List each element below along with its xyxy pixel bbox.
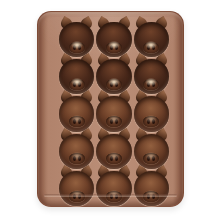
- pig-nostril: [73, 119, 76, 124]
- pig-nostril: [110, 156, 113, 161]
- pig-nostril: [152, 82, 155, 87]
- pig-snout: [143, 79, 159, 90]
- pig-nostril: [73, 45, 76, 50]
- pig-snout: [106, 191, 122, 202]
- pig-nostril: [78, 156, 81, 161]
- pig-nostril: [110, 82, 113, 87]
- pig-nostril: [152, 45, 155, 50]
- pig-face-cavity: [58, 170, 95, 207]
- pig-nostril: [115, 82, 118, 87]
- pig-face-cavity: [133, 170, 170, 207]
- pig-nostril: [147, 194, 150, 199]
- pig-nostril: [115, 119, 118, 124]
- pig-nostril: [152, 156, 155, 161]
- cavity-grid: [58, 21, 170, 207]
- pig-snout: [143, 42, 159, 53]
- pig-nostril: [110, 194, 113, 199]
- pig-snout: [143, 116, 159, 127]
- pig-snout: [143, 153, 159, 164]
- pig-snout: [143, 191, 159, 202]
- pig-nostril: [78, 82, 81, 87]
- pig-nostril: [115, 45, 118, 50]
- pig-nostril: [78, 45, 81, 50]
- pig-nostril: [152, 194, 155, 199]
- pig-nostril: [115, 194, 118, 199]
- pig-nostril: [73, 82, 76, 87]
- pig-nostril: [110, 45, 113, 50]
- pig-nostril: [152, 119, 155, 124]
- pig-nostril: [110, 119, 113, 124]
- pig-nostril: [115, 156, 118, 161]
- pig-nostril: [73, 194, 76, 199]
- pig-snout: [69, 116, 85, 127]
- pig-nostril: [78, 194, 81, 199]
- pig-snout: [106, 153, 122, 164]
- pig-snout: [69, 153, 85, 164]
- pig-face-cavity: [95, 170, 132, 207]
- pig-snout: [69, 42, 85, 53]
- pig-nostril: [147, 119, 150, 124]
- pig-snout: [69, 79, 85, 90]
- pig-nostril: [147, 156, 150, 161]
- pig-snout: [106, 116, 122, 127]
- pig-nostril: [147, 82, 150, 87]
- product-photo: [0, 0, 220, 220]
- pig-nostril: [73, 156, 76, 161]
- pig-face-cavity: [133, 133, 170, 170]
- silicone-chocolate-mold: [37, 11, 184, 207]
- pig-snout: [69, 191, 85, 202]
- pig-snout: [106, 79, 122, 90]
- pig-nostril: [147, 45, 150, 50]
- pig-nostril: [78, 119, 81, 124]
- pig-face-cavity: [133, 95, 170, 132]
- pig-snout: [106, 42, 122, 53]
